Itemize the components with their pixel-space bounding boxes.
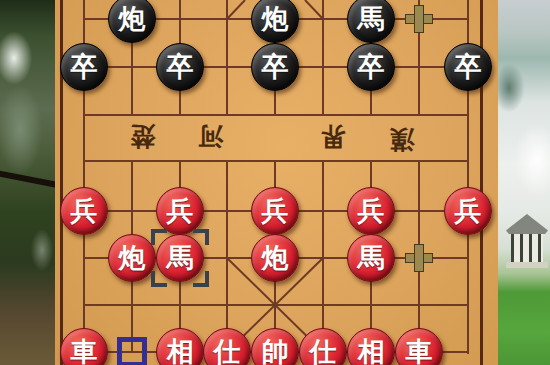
selected-piece-brackets	[151, 229, 209, 287]
piece-red-soldier[interactable]: 兵	[60, 187, 108, 235]
piece-red-soldier[interactable]: 兵	[156, 187, 204, 235]
pavilion-base	[506, 262, 548, 268]
river-label-han: 漢	[390, 123, 415, 156]
piece-glyph: 卒	[358, 54, 385, 81]
pavilion-silhouette	[506, 214, 548, 276]
piece-glyph: 兵	[358, 198, 385, 225]
piece-glyph: 相	[358, 339, 385, 365]
piece-glyph: 馬	[358, 245, 385, 272]
pavilion-roof	[506, 214, 548, 234]
piece-glyph: 卒	[455, 54, 482, 81]
waterfall-lawn-backdrop-right	[497, 0, 550, 365]
grid-line	[83, 160, 469, 162]
piece-glyph: 炮	[262, 6, 289, 33]
piece-red-horse[interactable]: 馬	[347, 234, 395, 282]
piece-glyph: 兵	[167, 198, 194, 225]
grid-line	[322, 160, 324, 353]
river-label-chu: 楚	[131, 120, 156, 153]
piece-glyph: 炮	[119, 6, 146, 33]
piece-glyph: 炮	[119, 245, 146, 272]
river-label-jie: 界	[321, 120, 346, 153]
piece-glyph: 兵	[262, 198, 289, 225]
grid-line	[83, 114, 469, 116]
river-label-he: 河	[199, 120, 224, 153]
piece-black-soldier[interactable]: 卒	[60, 43, 108, 91]
piece-glyph: 車	[71, 339, 98, 365]
piece-red-soldier[interactable]: 兵	[347, 187, 395, 235]
tree-branch	[0, 170, 60, 188]
piece-glyph: 相	[167, 339, 194, 365]
grid-line	[226, 160, 228, 353]
piece-glyph: 兵	[71, 198, 98, 225]
piece-black-soldier[interactable]: 卒	[347, 43, 395, 91]
piece-black-soldier[interactable]: 卒	[251, 43, 299, 91]
piece-glyph: 卒	[71, 54, 98, 81]
piece-red-cannon[interactable]: 炮	[108, 234, 156, 282]
piece-glyph: 卒	[167, 54, 194, 81]
piece-red-soldier[interactable]: 兵	[251, 187, 299, 235]
piece-glyph: 炮	[262, 245, 289, 272]
piece-red-cannon[interactable]: 炮	[251, 234, 299, 282]
last-move-cross-marker	[405, 5, 433, 33]
piece-glyph: 車	[406, 339, 433, 365]
grid-line	[83, 304, 469, 306]
piece-glyph: 帥	[262, 339, 289, 365]
piece-glyph: 馬	[358, 6, 385, 33]
move-origin-square-marker	[117, 337, 147, 365]
waterfall-forest-backdrop-left	[0, 0, 56, 365]
last-move-cross-marker	[405, 244, 433, 272]
pavilion-body	[511, 234, 543, 262]
piece-red-soldier[interactable]: 兵	[444, 187, 492, 235]
piece-black-soldier[interactable]: 卒	[444, 43, 492, 91]
piece-glyph: 仕	[310, 339, 337, 365]
xiangqi-app: 楚 河 界 漢 炮炮馬卒卒卒卒卒兵兵兵兵兵炮馬炮馬車相仕帥仕相車	[0, 0, 550, 365]
piece-black-soldier[interactable]: 卒	[156, 43, 204, 91]
piece-glyph: 卒	[262, 54, 289, 81]
grid-line	[226, 0, 228, 116]
piece-glyph: 兵	[455, 198, 482, 225]
piece-glyph: 仕	[214, 339, 241, 365]
grid-line	[322, 0, 324, 116]
